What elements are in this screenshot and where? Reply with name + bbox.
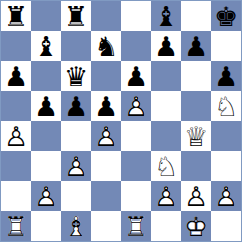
square-g8[interactable] <box>181 1 211 31</box>
white-pawn: ♟♙ <box>154 183 178 210</box>
square-f3[interactable]: ♞♘ <box>151 151 181 181</box>
square-d4[interactable]: ♟♙ <box>91 121 121 151</box>
square-d3[interactable] <box>91 151 121 181</box>
square-a4[interactable]: ♟♙ <box>1 121 31 151</box>
square-h1[interactable] <box>211 211 241 241</box>
square-f5[interactable] <box>151 91 181 121</box>
black-pawn: ♟ <box>124 63 148 90</box>
square-c7[interactable] <box>61 31 91 61</box>
black-pawn: ♟ <box>94 93 118 120</box>
square-h6[interactable]: ♟ <box>211 61 241 91</box>
white-bishop: ♝♗ <box>64 213 88 240</box>
square-g6[interactable] <box>181 61 211 91</box>
white-rook: ♜♖ <box>124 213 148 240</box>
square-f8[interactable]: ♝ <box>151 1 181 31</box>
square-g3[interactable] <box>181 151 211 181</box>
black-pawn: ♟ <box>214 63 238 90</box>
square-e8[interactable] <box>121 1 151 31</box>
square-b1[interactable] <box>31 211 61 241</box>
square-g2[interactable]: ♟♙ <box>181 181 211 211</box>
square-d5[interactable]: ♟ <box>91 91 121 121</box>
square-f1[interactable] <box>151 211 181 241</box>
square-e6[interactable]: ♟ <box>121 61 151 91</box>
white-pawn: ♟♙ <box>34 183 58 210</box>
square-h7[interactable] <box>211 31 241 61</box>
square-a5[interactable] <box>1 91 31 121</box>
square-a6[interactable]: ♟ <box>1 61 31 91</box>
square-c5[interactable]: ♟ <box>61 91 91 121</box>
square-d1[interactable] <box>91 211 121 241</box>
square-b8[interactable] <box>31 1 61 31</box>
white-pawn: ♟♙ <box>64 153 88 180</box>
white-knight: ♞♘ <box>154 153 178 180</box>
square-d2[interactable] <box>91 181 121 211</box>
square-b2[interactable]: ♟♙ <box>31 181 61 211</box>
square-b3[interactable] <box>31 151 61 181</box>
black-rook: ♜ <box>64 3 88 30</box>
square-a2[interactable] <box>1 181 31 211</box>
black-rook: ♜ <box>4 3 28 30</box>
square-g7[interactable]: ♟ <box>181 31 211 61</box>
square-e2[interactable] <box>121 181 151 211</box>
white-pawn: ♟♙ <box>4 123 28 150</box>
square-a8[interactable]: ♜ <box>1 1 31 31</box>
black-pawn: ♟ <box>64 93 88 120</box>
white-pawn: ♟♙ <box>214 183 238 210</box>
square-h3[interactable] <box>211 151 241 181</box>
square-e3[interactable] <box>121 151 151 181</box>
black-pawn: ♟ <box>34 93 58 120</box>
white-rook: ♜♖ <box>4 213 28 240</box>
white-queen: ♛♕ <box>184 123 208 150</box>
black-bishop: ♝ <box>34 33 58 60</box>
black-queen: ♛ <box>64 63 88 90</box>
square-c8[interactable]: ♜ <box>61 1 91 31</box>
square-h2[interactable]: ♟♙ <box>211 181 241 211</box>
square-h4[interactable] <box>211 121 241 151</box>
square-c2[interactable] <box>61 181 91 211</box>
black-pawn: ♟ <box>154 33 178 60</box>
square-e7[interactable] <box>121 31 151 61</box>
black-pawn: ♟ <box>184 33 208 60</box>
square-e5[interactable]: ♟♙ <box>121 91 151 121</box>
square-g4[interactable]: ♛♕ <box>181 121 211 151</box>
black-pawn: ♟ <box>4 63 28 90</box>
square-f7[interactable]: ♟ <box>151 31 181 61</box>
square-f2[interactable]: ♟♙ <box>151 181 181 211</box>
square-b5[interactable]: ♟ <box>31 91 61 121</box>
black-king: ♚ <box>214 3 238 30</box>
square-d8[interactable] <box>91 1 121 31</box>
square-h8[interactable]: ♚ <box>211 1 241 31</box>
square-a7[interactable] <box>1 31 31 61</box>
white-pawn: ♟♙ <box>94 123 118 150</box>
square-c3[interactable]: ♟♙ <box>61 151 91 181</box>
square-a3[interactable] <box>1 151 31 181</box>
black-bishop: ♝ <box>154 3 178 30</box>
square-g1[interactable]: ♚♔ <box>181 211 211 241</box>
white-knight: ♞♘ <box>214 93 238 120</box>
square-c6[interactable]: ♛ <box>61 61 91 91</box>
black-knight: ♞ <box>94 33 118 60</box>
square-f6[interactable] <box>151 61 181 91</box>
square-c4[interactable] <box>61 121 91 151</box>
square-b7[interactable]: ♝ <box>31 31 61 61</box>
square-h5[interactable]: ♞♘ <box>211 91 241 121</box>
chess-board: ♜♜♝♚♝♞♟♟♟♛♟♟♟♟♟♟♙♞♘♟♙♟♙♛♕♟♙♞♘♟♙♟♙♟♙♟♙♜♖♝… <box>0 0 242 242</box>
square-f4[interactable] <box>151 121 181 151</box>
square-e1[interactable]: ♜♖ <box>121 211 151 241</box>
square-d7[interactable]: ♞ <box>91 31 121 61</box>
square-b6[interactable] <box>31 61 61 91</box>
white-king: ♚♔ <box>184 213 208 240</box>
square-c1[interactable]: ♝♗ <box>61 211 91 241</box>
square-d6[interactable] <box>91 61 121 91</box>
square-b4[interactable] <box>31 121 61 151</box>
white-pawn: ♟♙ <box>184 183 208 210</box>
white-pawn: ♟♙ <box>124 93 148 120</box>
square-g5[interactable] <box>181 91 211 121</box>
square-a1[interactable]: ♜♖ <box>1 211 31 241</box>
square-e4[interactable] <box>121 121 151 151</box>
